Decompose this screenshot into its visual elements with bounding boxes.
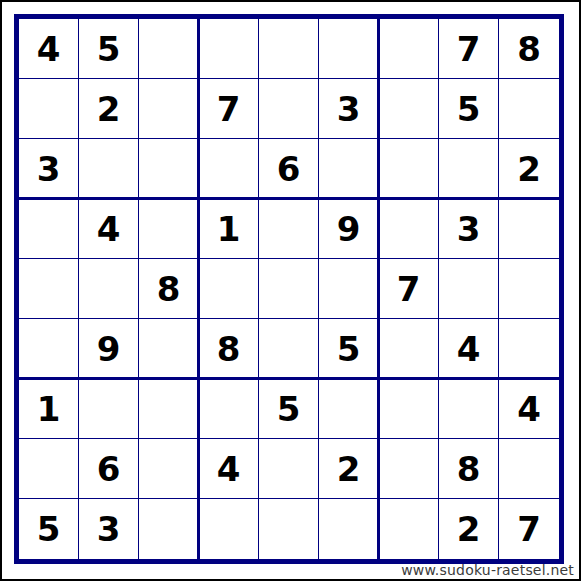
cell-r2c7[interactable] <box>379 79 439 139</box>
cell-r7c9: 4 <box>499 379 559 439</box>
cell-r4c5[interactable] <box>259 199 319 259</box>
cell-r3c1: 3 <box>19 139 79 199</box>
cell-r3c4[interactable] <box>199 139 259 199</box>
cell-r5c1[interactable] <box>19 259 79 319</box>
cell-r8c4: 4 <box>199 439 259 499</box>
cell-r9c2: 3 <box>79 499 139 559</box>
cell-r6c4: 8 <box>199 319 259 379</box>
cell-r7c2[interactable] <box>79 379 139 439</box>
cell-r8c9[interactable] <box>499 439 559 499</box>
cell-r3c9: 2 <box>499 139 559 199</box>
cell-r7c5: 5 <box>259 379 319 439</box>
cell-r9c6[interactable] <box>319 499 379 559</box>
cell-r4c4: 1 <box>199 199 259 259</box>
cell-r7c1: 1 <box>19 379 79 439</box>
cell-r7c3[interactable] <box>139 379 199 439</box>
cell-r1c1: 4 <box>19 19 79 79</box>
cell-r5c4[interactable] <box>199 259 259 319</box>
box-separator-vertical-1 <box>197 19 200 559</box>
box-separator-vertical-2 <box>377 19 380 559</box>
cell-r6c6: 5 <box>319 319 379 379</box>
cell-r8c2: 6 <box>79 439 139 499</box>
cell-r8c3[interactable] <box>139 439 199 499</box>
cell-r7c6[interactable] <box>319 379 379 439</box>
cell-r6c7[interactable] <box>379 319 439 379</box>
cell-r9c1: 5 <box>19 499 79 559</box>
cell-r1c9: 8 <box>499 19 559 79</box>
cell-r3c8[interactable] <box>439 139 499 199</box>
cell-r8c5[interactable] <box>259 439 319 499</box>
cell-r9c9: 7 <box>499 499 559 559</box>
cell-r8c6: 2 <box>319 439 379 499</box>
box-separator-horizontal-2 <box>19 377 559 380</box>
cell-r4c1[interactable] <box>19 199 79 259</box>
cell-r3c6[interactable] <box>319 139 379 199</box>
watermark: www.sudoku-raetsel.net <box>401 562 574 578</box>
cell-r1c3[interactable] <box>139 19 199 79</box>
cell-r5c6[interactable] <box>319 259 379 319</box>
cell-r2c9[interactable] <box>499 79 559 139</box>
cell-r2c6: 3 <box>319 79 379 139</box>
cell-r6c8: 4 <box>439 319 499 379</box>
page: 45782735362419387985415464285327 www.sud… <box>0 0 581 581</box>
box-separator-horizontal-1 <box>19 197 559 200</box>
cell-r9c4[interactable] <box>199 499 259 559</box>
cell-r4c7[interactable] <box>379 199 439 259</box>
cell-r3c2[interactable] <box>79 139 139 199</box>
cell-r4c2: 4 <box>79 199 139 259</box>
cell-r4c3[interactable] <box>139 199 199 259</box>
cell-r5c7: 7 <box>379 259 439 319</box>
cell-r6c2: 9 <box>79 319 139 379</box>
cell-r1c5[interactable] <box>259 19 319 79</box>
cell-r3c5: 6 <box>259 139 319 199</box>
cell-r8c8: 8 <box>439 439 499 499</box>
cell-r1c4[interactable] <box>199 19 259 79</box>
cell-r4c6: 9 <box>319 199 379 259</box>
cell-r5c8[interactable] <box>439 259 499 319</box>
cell-r2c5[interactable] <box>259 79 319 139</box>
cell-grid: 45782735362419387985415464285327 <box>19 19 559 559</box>
sudoku-board: 45782735362419387985415464285327 <box>14 14 564 564</box>
cell-r2c2: 2 <box>79 79 139 139</box>
cell-r7c8[interactable] <box>439 379 499 439</box>
cell-r8c7[interactable] <box>379 439 439 499</box>
cell-r4c9[interactable] <box>499 199 559 259</box>
cell-r5c9[interactable] <box>499 259 559 319</box>
cell-r6c1[interactable] <box>19 319 79 379</box>
cell-r9c3[interactable] <box>139 499 199 559</box>
cell-r4c8: 3 <box>439 199 499 259</box>
cell-r2c4: 7 <box>199 79 259 139</box>
cell-r9c5[interactable] <box>259 499 319 559</box>
cell-r6c3[interactable] <box>139 319 199 379</box>
cell-r7c4[interactable] <box>199 379 259 439</box>
cell-r8c1[interactable] <box>19 439 79 499</box>
cell-r7c7[interactable] <box>379 379 439 439</box>
cell-r3c7[interactable] <box>379 139 439 199</box>
cell-r5c3: 8 <box>139 259 199 319</box>
cell-r5c2[interactable] <box>79 259 139 319</box>
cell-r2c3[interactable] <box>139 79 199 139</box>
cell-r9c7[interactable] <box>379 499 439 559</box>
cell-r3c3[interactable] <box>139 139 199 199</box>
cell-r6c9[interactable] <box>499 319 559 379</box>
cell-r1c8: 7 <box>439 19 499 79</box>
cell-r6c5[interactable] <box>259 319 319 379</box>
cell-r1c7[interactable] <box>379 19 439 79</box>
cell-r2c1[interactable] <box>19 79 79 139</box>
cell-r1c2: 5 <box>79 19 139 79</box>
cell-r2c8: 5 <box>439 79 499 139</box>
cell-r5c5[interactable] <box>259 259 319 319</box>
cell-r1c6[interactable] <box>319 19 379 79</box>
cell-r9c8: 2 <box>439 499 499 559</box>
